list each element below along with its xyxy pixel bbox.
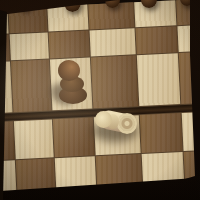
board-square[interactable]: [140, 113, 183, 153]
board-square[interactable]: [182, 112, 200, 151]
pawn-base-disc: [117, 113, 137, 134]
board-square[interactable]: [8, 7, 47, 34]
pawn-head: [95, 111, 112, 128]
white-pawn-knocked-over[interactable]: [92, 106, 142, 146]
board-square[interactable]: [49, 30, 90, 58]
board-square[interactable]: [53, 117, 95, 157]
board-square[interactable]: [11, 59, 51, 112]
board-square[interactable]: [0, 121, 15, 160]
board-square[interactable]: [91, 55, 138, 108]
board-square[interactable]: [14, 119, 54, 159]
board-square[interactable]: [142, 152, 185, 195]
board-square[interactable]: [177, 25, 200, 52]
board-square[interactable]: [184, 151, 200, 193]
board-square[interactable]: [0, 34, 10, 61]
pawn-head: [58, 60, 80, 81]
board-square[interactable]: [90, 28, 136, 56]
chess-photo-stage: [0, 0, 200, 200]
board-square[interactable]: [96, 154, 143, 197]
board-square[interactable]: [137, 53, 180, 106]
chess-board: [0, 0, 200, 200]
black-pawn-standing[interactable]: [50, 58, 96, 110]
board-square[interactable]: [0, 8, 9, 34]
board-square[interactable]: [136, 26, 178, 54]
board-square[interactable]: [10, 33, 49, 61]
board-square[interactable]: [55, 156, 97, 199]
board-square[interactable]: [16, 158, 56, 200]
board-square[interactable]: [179, 52, 200, 104]
board-square[interactable]: [0, 160, 17, 200]
